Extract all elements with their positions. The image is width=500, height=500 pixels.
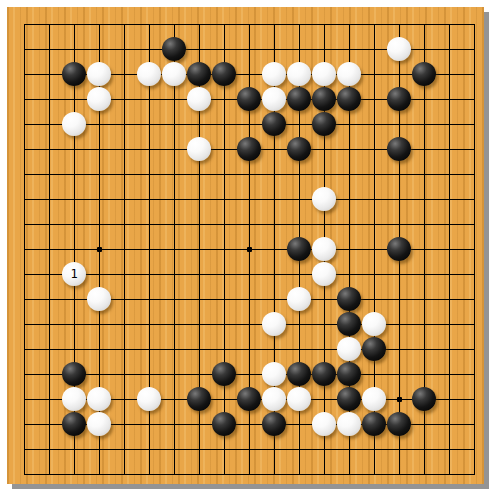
black-stone [337,362,361,386]
white-stone [87,387,111,411]
white-stone [87,87,111,111]
go-board[interactable]: 1 [7,7,484,484]
white-stone [262,87,286,111]
white-stone [337,337,361,361]
white-stone [387,37,411,61]
white-stone [262,362,286,386]
black-stone [412,387,436,411]
black-stone [387,412,411,436]
black-stone [212,362,236,386]
black-stone [337,287,361,311]
black-stone [287,362,311,386]
black-stone [262,412,286,436]
white-stone [62,112,86,136]
black-stone [387,237,411,261]
white-stone [287,387,311,411]
black-stone [262,112,286,136]
black-stone [62,62,86,86]
white-stone [187,87,211,111]
white-stone [312,187,336,211]
white-stone [312,262,336,286]
white-stone [137,62,161,86]
white-stone [312,412,336,436]
white-stone [362,387,386,411]
white-stone [312,237,336,261]
black-stone [387,87,411,111]
black-stone [162,37,186,61]
white-stone [87,62,111,86]
white-stone [312,62,336,86]
white-stone [162,62,186,86]
white-stone [337,62,361,86]
black-stone [287,237,311,261]
white-stone-move-1: 1 [62,262,86,286]
black-stone [237,387,261,411]
white-stone [62,387,86,411]
black-stone [187,62,211,86]
go-diagram-page: 1 [0,0,500,500]
black-stone [412,62,436,86]
black-stone [312,112,336,136]
black-stone [287,87,311,111]
white-stone [87,287,111,311]
white-stone [337,412,361,436]
white-stone [287,62,311,86]
black-stone [312,362,336,386]
white-stone [262,387,286,411]
white-stone [262,312,286,336]
black-stone [62,362,86,386]
black-stone [337,312,361,336]
black-stone [212,412,236,436]
white-stone [137,387,161,411]
black-stone [212,62,236,86]
black-stone [287,137,311,161]
black-stone [237,87,261,111]
stones-grid: 1 [12,12,487,487]
black-stone [362,337,386,361]
black-stone [337,387,361,411]
white-stone [287,287,311,311]
black-stone [62,412,86,436]
white-stone [187,137,211,161]
black-stone [237,137,261,161]
black-stone [187,387,211,411]
white-stone [362,312,386,336]
black-stone [362,412,386,436]
move-number-label: 1 [70,268,77,280]
black-stone [387,137,411,161]
black-stone [312,87,336,111]
white-stone [262,62,286,86]
white-stone [87,412,111,436]
black-stone [337,87,361,111]
